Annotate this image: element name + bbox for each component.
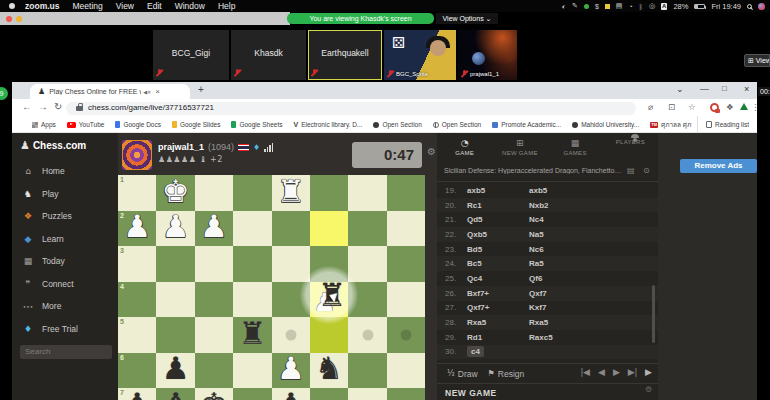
square-g2[interactable]: ♟ bbox=[156, 211, 194, 247]
white-p-piece: ♟ bbox=[277, 354, 305, 385]
menu-item-view[interactable]: View bbox=[116, 1, 134, 11]
free-trial-icon: ♦ bbox=[22, 324, 34, 334]
search-input[interactable]: Search bbox=[20, 345, 112, 359]
bookmark-open-section-2[interactable]: Open Section bbox=[433, 121, 481, 128]
participant-tile-BGC_Sprite[interactable]: ⚄BGC_Sprite bbox=[384, 30, 456, 80]
share-icon[interactable]: ⊡ bbox=[668, 102, 675, 112]
rank-label: 2 bbox=[120, 212, 124, 219]
square-h3[interactable]: 3 bbox=[118, 246, 156, 282]
sidebar-item-free-trial[interactable]: ♦Free Trial bbox=[22, 321, 78, 337]
menu-item-meeting[interactable]: Meeting bbox=[72, 1, 102, 11]
white-move[interactable]: Rc1 bbox=[467, 201, 529, 210]
white-move[interactable]: Qc4 bbox=[467, 274, 529, 283]
move-number: 19. bbox=[445, 186, 467, 195]
google-sheets-icon bbox=[231, 121, 236, 128]
move-row: 28.Rxa5Rxa5 bbox=[437, 315, 658, 330]
square-g6[interactable]: ♟ bbox=[156, 353, 194, 389]
opponent-name[interactable]: prajwal1_1 bbox=[158, 142, 204, 152]
black-p-piece: ♟ bbox=[162, 354, 190, 385]
muted-mic-icon bbox=[156, 69, 163, 77]
battery-percent: 28% bbox=[673, 2, 688, 11]
tab-label: GAMES bbox=[548, 150, 603, 156]
black-move[interactable]: axb5 bbox=[529, 186, 591, 195]
square-h4[interactable]: 4 bbox=[118, 282, 156, 318]
move-number: 30. bbox=[445, 347, 467, 356]
sidebar-item-label: Today bbox=[42, 256, 65, 266]
rank-label: 1 bbox=[120, 176, 124, 183]
opponent-info[interactable]: prajwal1_1 (1094) ♦ bbox=[158, 142, 273, 152]
square-g1[interactable]: ♚ bbox=[156, 175, 194, 211]
window-maximize-button[interactable]: □ bbox=[722, 84, 727, 93]
square-a2[interactable] bbox=[387, 211, 425, 247]
captured-pieces: ♟♟♟♟♟ ♝ +2 bbox=[158, 155, 223, 164]
participant-tile-Khasdk[interactable]: Khasdk bbox=[231, 30, 306, 80]
tab-game[interactable]: ◔GAME bbox=[437, 138, 492, 164]
game-panel: ◔GAME⊞NEW GAME▦GAMESPLAYERS Sicilian Def… bbox=[437, 133, 658, 400]
move-number: 28. bbox=[445, 318, 467, 327]
apps-icon bbox=[32, 122, 38, 128]
move-row: 29.Rd1Raxc5 bbox=[437, 330, 658, 345]
square-f1[interactable] bbox=[195, 175, 233, 211]
youtube-icon bbox=[67, 122, 76, 128]
sidebar-item-label: More bbox=[42, 301, 61, 311]
bookmark-youtube[interactable]: YouTube bbox=[67, 121, 105, 128]
a-square-icon[interactable]: A bbox=[661, 3, 667, 10]
resign-button[interactable]: ⚑Resign bbox=[488, 369, 525, 379]
white-move[interactable]: Qxb5 bbox=[467, 230, 529, 239]
square-c1[interactable] bbox=[310, 175, 348, 211]
resign-flag-icon: ⚑ bbox=[488, 369, 495, 378]
window-minimize-button[interactable]: — bbox=[700, 84, 709, 94]
bookmark-open-section-1[interactable]: Open Section bbox=[373, 121, 421, 128]
menu-clock: Fri 19:49 bbox=[711, 2, 741, 11]
move-number: 20. bbox=[445, 201, 467, 210]
square-h1[interactable]: 1 bbox=[118, 175, 156, 211]
move-number: 23. bbox=[445, 245, 467, 254]
square-g5[interactable] bbox=[156, 317, 194, 353]
black-move[interactable]: Qxf7 bbox=[529, 289, 591, 298]
move-number: 24. bbox=[445, 259, 467, 268]
bookmark-google-docs[interactable]: Google Docs bbox=[115, 121, 161, 128]
more-icon: ••• bbox=[22, 303, 34, 310]
sidebar-item-label: Learn bbox=[42, 234, 64, 244]
clock-icon: ◔ bbox=[437, 138, 492, 149]
minimize-traffic-light[interactable] bbox=[16, 16, 22, 22]
move-row: 25.Qc4Qf6 bbox=[437, 271, 658, 286]
menu-item-window[interactable]: Window bbox=[175, 1, 205, 11]
close-traffic-light[interactable] bbox=[6, 16, 12, 22]
participant-name: BCG_Gigi bbox=[153, 48, 229, 58]
overlay-timer: 00:4 bbox=[758, 87, 770, 96]
clock-icon[interactable]: ◔ bbox=[628, 3, 632, 10]
battery-icon bbox=[694, 4, 705, 9]
move-number: 29. bbox=[445, 333, 467, 342]
menu-bar-status: ◐ ✎ $ ▤ ◔ ᛒ ◎ A 28% Fri 19:49 bbox=[562, 0, 765, 12]
square-c7[interactable] bbox=[310, 388, 348, 400]
spotlight-search-icon[interactable] bbox=[747, 4, 752, 9]
square-e1[interactable] bbox=[233, 175, 271, 211]
participant-video bbox=[430, 40, 446, 56]
tab-label: NEW GAME bbox=[492, 150, 547, 156]
black-p-piece: ♟ bbox=[123, 389, 151, 400]
white-move[interactable]: Qxf7+ bbox=[467, 303, 529, 312]
thai-site-icon: TM bbox=[650, 122, 658, 128]
current-move[interactable]: c4 bbox=[467, 346, 484, 357]
thailand-flag-icon bbox=[238, 144, 249, 151]
black-move[interactable]: Nc4 bbox=[529, 215, 591, 224]
square-b1[interactable] bbox=[348, 175, 386, 211]
square-d6[interactable]: ♟ bbox=[272, 353, 310, 389]
bluetooth-icon[interactable]: ᛒ bbox=[639, 3, 643, 10]
bookmark-apps[interactable]: Apps bbox=[32, 121, 56, 128]
square-f4[interactable] bbox=[195, 282, 233, 318]
square-f2[interactable]: ♟ bbox=[195, 211, 233, 247]
nav-autoplay-button[interactable]: ▶ bbox=[645, 367, 652, 377]
eye-hidden-icon[interactable]: ⌀ bbox=[648, 102, 653, 112]
square-a7[interactable] bbox=[387, 388, 425, 400]
muted-mic-icon bbox=[387, 70, 394, 78]
white-k-piece: ♚ bbox=[162, 176, 190, 207]
move-list: 19.axb5axb520.Rc1Nxb221.Qd5Nc422.Qxb5Na5… bbox=[437, 183, 658, 359]
participant-tile-Earthquakell[interactable]: Earthquakell bbox=[308, 30, 382, 80]
green-dot-icon[interactable] bbox=[584, 4, 589, 9]
square-a1[interactable] bbox=[387, 175, 425, 211]
today-icon: ▦ bbox=[22, 256, 34, 266]
square-e4[interactable] bbox=[233, 282, 271, 318]
new-tab-button[interactable]: + bbox=[198, 84, 204, 95]
view-options-dropdown[interactable]: View Options ⌄ bbox=[436, 13, 498, 24]
bookmark-google-slides[interactable]: Google Slides bbox=[172, 121, 220, 128]
chess-favicon: ♟ bbox=[38, 87, 45, 96]
tab-search-chevron[interactable]: ⌄ bbox=[676, 84, 684, 94]
opponent-clock: 0:47 bbox=[352, 142, 422, 168]
tab-title: Play Chess Online for FREE w bbox=[49, 88, 141, 95]
grid-icon: ▦ bbox=[548, 138, 603, 149]
sidebar-item-puzzles[interactable]: ❖Puzzles bbox=[22, 208, 72, 224]
connection-bars-icon bbox=[264, 143, 273, 152]
browser-tab[interactable]: ♟ Play Chess Online for FREE w ◀✕ × bbox=[30, 84, 190, 99]
opponent-avatar[interactable] bbox=[122, 140, 152, 170]
sidebar-item-connect[interactable]: ❞Connect bbox=[22, 276, 74, 292]
legal-move-dot bbox=[362, 329, 373, 340]
black-move[interactable]: Rxa5 bbox=[529, 318, 591, 327]
tab-label: GAME bbox=[437, 150, 492, 156]
black-move[interactable]: Na5 bbox=[529, 230, 591, 239]
black-p-piece: ♟ bbox=[277, 389, 305, 400]
move-row: 27.Qxf7+Kxf7 bbox=[437, 301, 658, 316]
sidebar-item-label: Free Trial bbox=[42, 324, 78, 334]
dollar-icon[interactable]: $ bbox=[595, 3, 599, 10]
circle-icon[interactable]: ◎ bbox=[649, 2, 655, 10]
participant-tile-prajwal1_1[interactable]: prajwal1_1 bbox=[458, 30, 517, 80]
tab-muted-icon[interactable]: ◀✕ bbox=[143, 89, 151, 95]
remove-ads-button[interactable]: Remove Ads bbox=[680, 159, 757, 173]
bookmark-thai-site[interactable]: TMศุภาลล ศุภาลลออนไ... bbox=[650, 120, 692, 130]
forward-button[interactable]: → bbox=[38, 101, 48, 112]
connect-icon: ❞ bbox=[22, 279, 34, 289]
participant-name: Earthquakell bbox=[308, 48, 382, 58]
white-move[interactable]: axb5 bbox=[467, 186, 529, 195]
square-f3[interactable] bbox=[195, 246, 233, 282]
white-p-piece: ♟ bbox=[200, 212, 228, 243]
nav-last-button[interactable]: ▶| bbox=[628, 367, 637, 377]
square-f5[interactable] bbox=[195, 317, 233, 353]
sidebar-item-learn[interactable]: ◆Learn bbox=[22, 231, 64, 247]
dice-logo-icon: ⚄ bbox=[392, 34, 405, 52]
square-g4[interactable] bbox=[156, 282, 194, 318]
move-list-scrollbar[interactable] bbox=[652, 285, 655, 343]
half-point-icon: ½ bbox=[447, 369, 455, 378]
sidebar-item-home[interactable]: ⌂Home bbox=[22, 163, 65, 179]
square-a5[interactable] bbox=[387, 317, 425, 353]
bookmark-google-sheets[interactable]: Google Sheets bbox=[231, 121, 282, 128]
menu-item-edit[interactable]: Edit bbox=[147, 1, 162, 11]
participant-name: Khasdk bbox=[231, 48, 306, 58]
move-row: 23.Bd5Nc6 bbox=[437, 242, 658, 257]
move-navigation: |◀◀▶▶|▶ bbox=[581, 367, 652, 377]
play-icon: ♞ bbox=[22, 189, 34, 199]
nav-next-button[interactable]: ▶ bbox=[613, 367, 620, 377]
square-h6[interactable]: 6 bbox=[118, 353, 156, 389]
reading-list-button[interactable]: Reading list bbox=[697, 116, 749, 133]
open-section-2-icon bbox=[433, 122, 439, 128]
square-e3[interactable] bbox=[233, 246, 271, 282]
white-move[interactable]: Bc5 bbox=[467, 259, 529, 268]
notification-badge: 9 bbox=[0, 87, 8, 100]
move-row: 19.axb5axb5 bbox=[437, 183, 658, 198]
rank-label: 6 bbox=[120, 354, 124, 361]
ad-space bbox=[658, 133, 757, 400]
apple-icon[interactable] bbox=[9, 3, 15, 9]
move-row: 21.Qd5Nc4 bbox=[437, 212, 658, 227]
legal-move-dot bbox=[400, 329, 411, 340]
participant-name: BGC_Sprite bbox=[387, 70, 428, 78]
url-text[interactable]: chess.com/game/live/37716537721 bbox=[88, 103, 214, 112]
muted-mic-icon bbox=[461, 70, 468, 78]
bookmark-star-icon[interactable]: ☆ bbox=[688, 102, 696, 112]
muted-mic-icon bbox=[311, 69, 318, 77]
display-icon[interactable]: ◐ bbox=[562, 3, 566, 10]
menu-item-zoomus[interactable]: zoom.us bbox=[25, 1, 59, 11]
white-move[interactable]: Rxa5 bbox=[467, 318, 529, 327]
tab-close-icon[interactable]: × bbox=[155, 87, 160, 96]
explorer-icon[interactable]: ⊙ bbox=[643, 166, 650, 175]
square-b3[interactable] bbox=[348, 246, 386, 282]
nav-first-button[interactable]: |◀ bbox=[581, 367, 590, 377]
move-row: 22.Qxb5Na5 bbox=[437, 227, 658, 242]
zoom-window-titlebar bbox=[0, 12, 290, 25]
sidebar-item-today[interactable]: ▦Today bbox=[22, 253, 65, 269]
move-number: 22. bbox=[445, 230, 467, 239]
black-move[interactable]: Nc6 bbox=[529, 245, 591, 254]
square-c2[interactable] bbox=[310, 211, 348, 247]
rank-label: 3 bbox=[120, 247, 124, 254]
square-h7[interactable]: 7♟ bbox=[118, 388, 156, 400]
new-game-section-header: NEW GAME bbox=[445, 388, 497, 398]
square-d3[interactable] bbox=[272, 246, 310, 282]
open-section-1-icon bbox=[373, 122, 379, 128]
opponent-rating: (1094) bbox=[208, 142, 234, 152]
google-slides-icon bbox=[172, 121, 177, 128]
square-e7[interactable] bbox=[233, 388, 271, 400]
learn-icon: ◆ bbox=[22, 234, 34, 244]
square-e6[interactable] bbox=[233, 353, 271, 389]
macos-menu-bar: zoom.usMeetingViewEditWindowHelp ◐ ✎ $ ▤… bbox=[0, 0, 770, 12]
square-b7[interactable] bbox=[348, 388, 386, 400]
square-f6[interactable] bbox=[195, 353, 233, 389]
square-f7[interactable]: ♚ bbox=[195, 388, 233, 400]
menu-item-help[interactable]: Help bbox=[218, 1, 235, 11]
profile-avatar-icon[interactable] bbox=[710, 103, 719, 112]
square-e2[interactable] bbox=[233, 211, 271, 247]
sidebar-item-label: Play bbox=[42, 189, 59, 199]
sidebar-item-label: Puzzles bbox=[42, 211, 72, 221]
square-g3[interactable] bbox=[156, 246, 194, 282]
square-c4[interactable]: ♟♜ bbox=[310, 282, 348, 318]
move-row: 30.c4 bbox=[437, 345, 658, 360]
tab-games[interactable]: ▦GAMES bbox=[548, 138, 603, 164]
google-docs-icon bbox=[115, 121, 120, 128]
bookmark-electronic-library[interactable]: VElectronic library. D... bbox=[293, 121, 362, 128]
window-close-button[interactable]: × bbox=[744, 84, 749, 94]
white-p-piece: ♟ bbox=[162, 212, 190, 243]
extension-puzzle-icon[interactable]: ❖ bbox=[726, 102, 734, 112]
chess-board: 1♚♜2♟♟♟34♟♜5♜6♟♟♞7♟♝♚♟ bbox=[118, 175, 425, 400]
white-move[interactable]: Bxf7+ bbox=[467, 289, 529, 298]
square-h5[interactable]: 5 bbox=[118, 317, 156, 353]
white-r-piece: ♜ bbox=[277, 176, 305, 207]
black-move[interactable]: Nxb2 bbox=[529, 201, 591, 210]
participant-name: prajwal1_1 bbox=[461, 70, 499, 78]
opening-book-icon[interactable]: ▤ bbox=[627, 166, 635, 175]
legal-move-dot bbox=[285, 329, 296, 340]
move-number: 25. bbox=[445, 274, 467, 283]
black-move[interactable]: Ra5 bbox=[529, 259, 591, 268]
bookmarks-bar: AppsYouTubeGoogle DocsGoogle SlidesGoogl… bbox=[12, 116, 757, 133]
square-a4[interactable] bbox=[387, 282, 425, 318]
black-move[interactable]: Qf6 bbox=[529, 274, 591, 283]
chess-logo-pawn-icon: ♟ bbox=[20, 139, 30, 152]
panel-settings-gear-icon[interactable]: ⚙ bbox=[645, 385, 652, 394]
black-move[interactable]: Kxf7 bbox=[529, 303, 591, 312]
bookmark-mahidol-university[interactable]: Mahidol University... bbox=[572, 121, 639, 128]
mahidol-university-icon bbox=[572, 122, 578, 128]
muted-mic-icon bbox=[234, 69, 241, 77]
square-d7[interactable]: ♟ bbox=[272, 388, 310, 400]
chess-sidebar: ♟ Chess.com ⌂Home♞Play❖Puzzles◆Learn▦Tod… bbox=[12, 133, 118, 400]
rank-label: 4 bbox=[120, 283, 124, 290]
square-d5[interactable] bbox=[272, 317, 310, 353]
screen: zoom.usMeetingViewEditWindowHelp ◐ ✎ $ ▤… bbox=[0, 0, 770, 400]
square-a6[interactable] bbox=[387, 353, 425, 389]
square-b2[interactable] bbox=[348, 211, 386, 247]
sidebar-item-label: Connect bbox=[42, 279, 74, 289]
siri-icon[interactable] bbox=[758, 3, 765, 10]
square-b5[interactable] bbox=[348, 317, 386, 353]
draw-button[interactable]: ½Draw bbox=[447, 369, 478, 379]
tab-label: PLAYERS bbox=[603, 139, 658, 145]
pencil-icon[interactable]: ✎ bbox=[572, 2, 578, 10]
black-move[interactable]: Raxc5 bbox=[529, 333, 591, 342]
grid-view-icon: ⊞ bbox=[748, 57, 756, 64]
drive-triangle-icon[interactable] bbox=[740, 103, 748, 110]
sidebar-item-more[interactable]: •••More bbox=[22, 298, 61, 314]
square-c6[interactable]: ♞ bbox=[310, 353, 348, 389]
participant-video bbox=[472, 52, 485, 65]
plus-square-icon: ⊞ bbox=[492, 138, 547, 149]
black-b-piece: ♝ bbox=[162, 389, 190, 400]
puzzles-icon: ❖ bbox=[22, 211, 34, 221]
panel-tabs: ◔GAME⊞NEW GAME▦GAMESPLAYERS bbox=[437, 138, 658, 164]
square-d1[interactable]: ♜ bbox=[272, 175, 310, 211]
yellow-app-icon[interactable] bbox=[605, 4, 610, 9]
tab-new-game[interactable]: ⊞NEW GAME bbox=[492, 138, 547, 164]
square-h2[interactable]: 2♟ bbox=[118, 211, 156, 247]
grid-app-icon[interactable]: ▤ bbox=[616, 2, 623, 10]
white-move[interactable]: Qd5 bbox=[467, 215, 529, 224]
participant-strip: ⊞ View BCG_GigiKhasdkEarthquakell⚄BGC_Sp… bbox=[0, 25, 770, 82]
move-row: 26.Bxf7+Qxf7 bbox=[437, 286, 658, 301]
move-number: 21. bbox=[445, 215, 467, 224]
black-k-piece: ♚ bbox=[200, 389, 228, 400]
white-p-piece: ♟ bbox=[123, 212, 151, 243]
tab-players[interactable]: PLAYERS bbox=[603, 138, 658, 164]
move-number: 26. bbox=[445, 289, 467, 298]
square-d2[interactable] bbox=[272, 211, 310, 247]
bookmark-promote-academic[interactable]: Promote Academic... bbox=[492, 121, 561, 128]
rank-label: 7 bbox=[120, 389, 124, 396]
back-button[interactable]: ← bbox=[22, 101, 32, 112]
sidebar-item-play[interactable]: ♞Play bbox=[22, 186, 59, 202]
square-b6[interactable] bbox=[348, 353, 386, 389]
bookmark-items: AppsYouTubeGoogle DocsGoogle SlidesGoogl… bbox=[32, 116, 692, 133]
menu-items: zoom.usMeetingViewEditWindowHelp bbox=[25, 1, 235, 11]
chess-page: ♟ Chess.com ⌂Home♞Play❖Puzzles◆Learn▦Tod… bbox=[12, 133, 757, 400]
screen-share-banner: You are viewing Khasdk's screen bbox=[287, 13, 434, 24]
promote-academic-icon bbox=[492, 122, 498, 128]
lock-icon bbox=[76, 106, 83, 111]
square-a3[interactable] bbox=[387, 246, 425, 282]
move-row: 20.Rc1Nxb2 bbox=[437, 198, 658, 213]
board-settings-gear-icon[interactable]: ⚙ bbox=[427, 146, 436, 157]
white-move[interactable]: Bd5 bbox=[467, 245, 529, 254]
participant-tile-BCG_Gigi[interactable]: BCG_Gigi bbox=[153, 30, 229, 80]
opening-name[interactable]: Sicilian Defense: Hyperaccelerated Drago… bbox=[444, 167, 622, 174]
black-r-piece: ♜ bbox=[238, 318, 266, 349]
chess-logo[interactable]: ♟ Chess.com bbox=[20, 139, 86, 152]
diamond-membership-icon: ♦ bbox=[253, 143, 260, 152]
right-edge-column bbox=[757, 82, 770, 400]
move-row: 24.Bc5Ra5 bbox=[437, 256, 658, 271]
zoom-view-button[interactable]: ⊞ View bbox=[744, 54, 770, 67]
move-number: 27. bbox=[445, 303, 467, 312]
rank-label: 5 bbox=[120, 318, 124, 325]
white-move[interactable]: Rd1 bbox=[467, 333, 529, 342]
sidebar-item-label: Home bbox=[42, 166, 65, 176]
square-g7[interactable]: ♝ bbox=[156, 388, 194, 400]
home-icon: ⌂ bbox=[22, 166, 34, 176]
reading-list-icon bbox=[706, 121, 712, 128]
nav-prev-button[interactable]: ◀ bbox=[598, 367, 605, 377]
reload-button[interactable]: ↻ bbox=[54, 101, 62, 112]
square-e5[interactable]: ♜ bbox=[233, 317, 271, 353]
white-move[interactable]: c4 bbox=[467, 347, 529, 356]
black-n-piece: ♞ bbox=[315, 354, 343, 385]
electronic-library-icon: V bbox=[293, 121, 298, 128]
